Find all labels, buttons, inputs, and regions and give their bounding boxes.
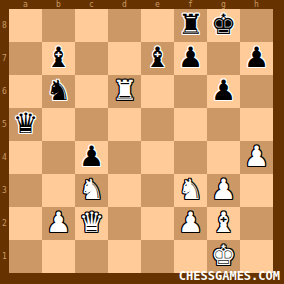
rank-labels: 87654321: [0, 9, 9, 273]
rank-label-3: 3: [0, 174, 9, 207]
square-d1: [108, 240, 141, 273]
square-d7: [108, 42, 141, 75]
piece-white-pawn-b2: ♟: [46, 207, 71, 239]
piece-white-knight-f3: ♞: [178, 174, 203, 206]
piece-black-pawn-f7: ♟: [178, 42, 203, 74]
square-e5: [141, 108, 174, 141]
square-a6: [9, 75, 42, 108]
file-label-c: c: [75, 0, 108, 9]
rank-label-7: 7: [0, 42, 9, 75]
square-d2: [108, 207, 141, 240]
square-h7: ♟: [240, 42, 273, 75]
piece-black-pawn-h7: ♟: [244, 42, 269, 74]
square-f4: [174, 141, 207, 174]
site-watermark: CHESSGAMES.COM: [179, 270, 280, 283]
piece-black-queen-a5: ♛: [13, 108, 38, 140]
square-a3: [9, 174, 42, 207]
square-h2: [240, 207, 273, 240]
square-a8: [9, 9, 42, 42]
square-a2: [9, 207, 42, 240]
square-g7: [207, 42, 240, 75]
square-b4: [42, 141, 75, 174]
piece-white-knight-c3: ♞: [79, 174, 104, 206]
square-c6: [75, 75, 108, 108]
square-g8: ♚: [207, 9, 240, 42]
square-c8: [75, 9, 108, 42]
square-c4: ♟: [75, 141, 108, 174]
rank-label-8: 8: [0, 9, 9, 42]
square-h6: [240, 75, 273, 108]
square-a4: [9, 141, 42, 174]
square-e2: [141, 207, 174, 240]
file-label-f: f: [174, 0, 207, 9]
square-a1: [9, 240, 42, 273]
rank-label-5: 5: [0, 108, 9, 141]
file-label-d: d: [108, 0, 141, 9]
rank-label-4: 4: [0, 141, 9, 174]
square-d3: [108, 174, 141, 207]
square-f7: ♟: [174, 42, 207, 75]
square-c1: [75, 240, 108, 273]
square-f8: ♜: [174, 9, 207, 42]
piece-white-queen-c2: ♛: [79, 207, 104, 239]
square-c7: [75, 42, 108, 75]
piece-black-king-g8: ♚: [211, 9, 236, 41]
square-e1: [141, 240, 174, 273]
rank-label-2: 2: [0, 207, 9, 240]
square-b2: ♟: [42, 207, 75, 240]
square-e6: [141, 75, 174, 108]
piece-black-bishop-b7: ♝: [46, 42, 71, 74]
square-h3: [240, 174, 273, 207]
file-label-b: b: [42, 0, 75, 9]
file-labels: abcdefgh: [9, 0, 273, 9]
square-e4: [141, 141, 174, 174]
piece-black-pawn-c4: ♟: [79, 141, 104, 173]
square-f5: [174, 108, 207, 141]
square-a7: [9, 42, 42, 75]
file-label-g: g: [207, 0, 240, 9]
piece-white-pawn-h4: ♟: [244, 141, 269, 173]
square-g6: ♟: [207, 75, 240, 108]
piece-white-pawn-f2: ♟: [178, 207, 203, 239]
piece-white-rook-d6: ♜: [112, 75, 137, 107]
square-h5: [240, 108, 273, 141]
square-a5: ♛: [9, 108, 42, 141]
rank-label-1: 1: [0, 240, 9, 273]
file-label-e: e: [141, 0, 174, 9]
square-g2: ♝: [207, 207, 240, 240]
square-d8: [108, 9, 141, 42]
square-b7: ♝: [42, 42, 75, 75]
square-b3: [42, 174, 75, 207]
square-b8: [42, 9, 75, 42]
square-e7: ♝: [141, 42, 174, 75]
rank-label-6: 6: [0, 75, 9, 108]
square-e8: [141, 9, 174, 42]
square-b5: [42, 108, 75, 141]
piece-black-bishop-e7: ♝: [145, 42, 170, 74]
file-label-a: a: [9, 0, 42, 9]
square-d4: [108, 141, 141, 174]
square-e3: [141, 174, 174, 207]
square-h4: ♟: [240, 141, 273, 174]
piece-black-knight-b6: ♞: [46, 75, 71, 107]
chess-diagram: abcdefgh 87654321 ♜♚♝♝♟♟♞♜♟♛♟♟♞♞♟♟♛♟♝♚ C…: [0, 0, 284, 284]
square-f6: [174, 75, 207, 108]
piece-white-king-g1: ♚: [211, 240, 236, 272]
chess-board: ♜♚♝♝♟♟♞♜♟♛♟♟♞♞♟♟♛♟♝♚: [9, 9, 273, 273]
square-d6: ♜: [108, 75, 141, 108]
square-f2: ♟: [174, 207, 207, 240]
square-c5: [75, 108, 108, 141]
square-d5: [108, 108, 141, 141]
piece-white-bishop-g2: ♝: [211, 207, 236, 239]
square-f3: ♞: [174, 174, 207, 207]
piece-black-pawn-g6: ♟: [211, 75, 236, 107]
square-h8: [240, 9, 273, 42]
square-g5: [207, 108, 240, 141]
square-c3: ♞: [75, 174, 108, 207]
square-b1: [42, 240, 75, 273]
square-c2: ♛: [75, 207, 108, 240]
square-g4: [207, 141, 240, 174]
piece-black-rook-f8: ♜: [178, 9, 203, 41]
file-label-h: h: [240, 0, 273, 9]
piece-white-pawn-g3: ♟: [211, 174, 236, 206]
square-b6: ♞: [42, 75, 75, 108]
square-g3: ♟: [207, 174, 240, 207]
